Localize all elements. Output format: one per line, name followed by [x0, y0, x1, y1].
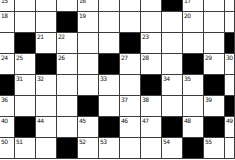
black-cell-r7c11 [204, 117, 225, 138]
clue-number: 52 [79, 138, 86, 145]
cell-r2c11[interactable] [204, 12, 225, 33]
cell-r3c11[interactable] [204, 33, 225, 54]
cell-r5c2[interactable]: 31 [15, 75, 36, 96]
cell-r3c5[interactable] [78, 33, 99, 54]
cell-r8c3[interactable] [36, 138, 57, 159]
black-cell-r6c12 [225, 96, 235, 117]
black-cell-r2c4 [57, 12, 78, 33]
cell-r8c11[interactable]: 55 [204, 138, 225, 159]
clue-number: 30 [226, 54, 233, 61]
clue-number: 51 [16, 138, 23, 145]
cell-r1c6[interactable] [99, 0, 120, 12]
clue-number: 48 [184, 117, 191, 124]
cell-r1c8[interactable] [141, 0, 162, 12]
black-cell-r7c6 [99, 117, 120, 138]
cell-r3c8[interactable]: 23 [141, 33, 162, 54]
black-cell-r4c10 [183, 54, 204, 75]
clue-number: 45 [79, 117, 86, 124]
cell-r6c9[interactable] [162, 96, 183, 117]
clue-number: 31 [16, 75, 23, 82]
cell-r5c3[interactable]: 32 [36, 75, 57, 96]
cell-r8c1[interactable]: 50 [0, 138, 15, 159]
clue-number: 21 [37, 33, 44, 40]
cell-r4c5[interactable] [78, 54, 99, 75]
clue-number: 29 [205, 54, 212, 61]
clue-number: 35 [184, 75, 191, 82]
cell-r3c4[interactable]: 22 [57, 33, 78, 54]
cell-r2c7[interactable] [120, 12, 141, 33]
clue-number: 53 [100, 138, 107, 145]
cell-r7c3[interactable]: 44 [36, 117, 57, 138]
clue-number: 36 [1, 96, 8, 103]
cell-r2c5[interactable]: 19 [78, 12, 99, 33]
cell-r7c12[interactable]: 49 [225, 117, 235, 138]
cell-r4c12[interactable]: 30 [225, 54, 235, 75]
clue-number: 16 [79, 0, 86, 4]
cell-r6c7[interactable]: 37 [120, 96, 141, 117]
black-cell-r6c5 [78, 96, 99, 117]
clue-number: 28 [142, 54, 149, 61]
cell-r8c8[interactable] [141, 138, 162, 159]
clue-number: 18 [1, 12, 8, 19]
black-cell-r3c7 [120, 33, 141, 54]
cell-r1c3[interactable] [36, 0, 57, 12]
clue-number: 46 [121, 117, 128, 124]
black-cell-r7c9 [162, 117, 183, 138]
cell-r2c12[interactable] [225, 12, 235, 33]
cell-r1c12[interactable] [225, 0, 235, 12]
cell-r1c5[interactable]: 16 [78, 0, 99, 12]
black-cell-r4c6 [99, 54, 120, 75]
cell-r7c1[interactable]: 40 [0, 117, 15, 138]
cell-r8c2[interactable]: 51 [15, 138, 36, 159]
clue-number: 33 [100, 75, 107, 82]
cell-r3c1[interactable] [0, 33, 15, 54]
black-cell-r3c2 [15, 33, 36, 54]
cell-r5c9[interactable]: 34 [162, 75, 183, 96]
cell-r2c8[interactable] [141, 12, 162, 33]
clue-number: 40 [1, 117, 8, 124]
clue-number: 44 [37, 117, 44, 124]
cell-r7c7[interactable]: 46 [120, 117, 141, 138]
clue-number: 50 [1, 138, 8, 145]
crossword-grid: 1516171819202122232425262728293031323334… [0, 0, 235, 159]
cell-r4c2[interactable]: 25 [15, 54, 36, 75]
cell-r4c8[interactable]: 28 [141, 54, 162, 75]
black-cell-r5c1 [0, 75, 15, 96]
clue-number: 34 [163, 75, 170, 82]
black-cell-r1c9 [162, 0, 183, 12]
clue-number: 54 [163, 138, 170, 145]
clue-number: 26 [58, 54, 65, 61]
black-cell-r8c4 [57, 138, 78, 159]
black-cell-r3c12 [225, 33, 235, 54]
black-cell-r5c11 [204, 75, 225, 96]
clue-number: 27 [121, 54, 128, 61]
cell-r3c3[interactable]: 21 [36, 33, 57, 54]
cell-r8c5[interactable]: 52 [78, 138, 99, 159]
cell-r7c5[interactable]: 45 [78, 117, 99, 138]
cell-r4c11[interactable]: 29 [204, 54, 225, 75]
clue-number: 39 [205, 96, 212, 103]
cell-r7c8[interactable]: 47 [141, 117, 162, 138]
cell-r5c12[interactable] [225, 75, 235, 96]
clue-number: 19 [79, 12, 86, 19]
cell-r8c9[interactable]: 54 [162, 138, 183, 159]
clue-number: 55 [205, 138, 212, 145]
cell-r3c9[interactable] [162, 33, 183, 54]
cell-r6c10[interactable] [183, 96, 204, 117]
cell-r2c9[interactable] [162, 12, 183, 33]
cell-r8c12[interactable] [225, 138, 235, 159]
cell-r6c1[interactable]: 36 [0, 96, 15, 117]
cell-r5c5[interactable] [78, 75, 99, 96]
clue-number: 22 [58, 33, 65, 40]
cell-r5c10[interactable]: 35 [183, 75, 204, 96]
cell-r5c7[interactable] [120, 75, 141, 96]
black-cell-r8c10 [183, 138, 204, 159]
cell-r4c1[interactable]: 24 [0, 54, 15, 75]
cell-r2c1[interactable]: 18 [0, 12, 15, 33]
black-cell-r4c3 [36, 54, 57, 75]
cell-r5c4[interactable] [57, 75, 78, 96]
cell-r2c6[interactable] [99, 12, 120, 33]
clue-number: 49 [226, 117, 233, 124]
clue-number: 37 [121, 96, 128, 103]
cell-r1c10[interactable]: 17 [183, 0, 204, 12]
cell-r1c1[interactable]: 15 [0, 0, 15, 12]
cell-r1c11[interactable] [204, 0, 225, 12]
cell-r2c2[interactable] [15, 12, 36, 33]
cell-r2c3[interactable] [36, 12, 57, 33]
cell-r2c10[interactable]: 20 [183, 12, 204, 33]
cell-r6c11[interactable]: 39 [204, 96, 225, 117]
cell-r1c7[interactable] [120, 0, 141, 12]
cell-r6c8[interactable]: 38 [141, 96, 162, 117]
cell-r8c6[interactable]: 53 [99, 138, 120, 159]
cell-r1c2[interactable] [15, 0, 36, 12]
cell-r5c6[interactable]: 33 [99, 75, 120, 96]
clue-number: 47 [142, 117, 149, 124]
cell-r7c10[interactable]: 48 [183, 117, 204, 138]
clue-number: 38 [142, 96, 149, 103]
cell-r7c4[interactable] [57, 117, 78, 138]
clue-number: 25 [16, 54, 23, 61]
cell-r3c6[interactable] [99, 33, 120, 54]
black-cell-r5c8 [141, 75, 162, 96]
clue-number: 24 [1, 54, 8, 61]
cell-r6c4[interactable] [57, 96, 78, 117]
clue-number: 20 [184, 12, 191, 19]
cell-r4c4[interactable]: 26 [57, 54, 78, 75]
cell-r6c3[interactable] [36, 96, 57, 117]
cell-r4c9[interactable] [162, 54, 183, 75]
cell-r1c4[interactable] [57, 0, 78, 12]
clue-number: 17 [184, 0, 191, 4]
cell-r6c2[interactable] [15, 96, 36, 117]
clue-number: 15 [1, 0, 8, 4]
cell-r4c7[interactable]: 27 [120, 54, 141, 75]
clue-number: 23 [142, 33, 149, 40]
cell-r3c10[interactable] [183, 33, 204, 54]
cell-r6c6[interactable] [99, 96, 120, 117]
clue-number: 32 [37, 75, 44, 82]
black-cell-r7c2 [15, 117, 36, 138]
cell-r8c7[interactable] [120, 138, 141, 159]
